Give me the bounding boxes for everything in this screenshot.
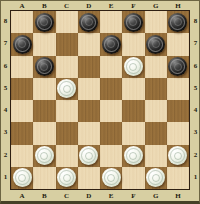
- rank-label-7: 7: [1, 32, 10, 54]
- square-c3[interactable]: [56, 122, 78, 144]
- rank-label-6: 6: [1, 55, 10, 77]
- file-label-h: H: [167, 190, 189, 202]
- rank-label-2: 2: [1, 144, 10, 166]
- square-e2[interactable]: [100, 145, 122, 167]
- rank-label-4: 4: [1, 99, 10, 121]
- file-label-e: E: [100, 190, 122, 202]
- black-man-piece[interactable]: [35, 13, 54, 32]
- black-man-piece[interactable]: [124, 13, 143, 32]
- square-a6[interactable]: [11, 56, 33, 78]
- square-c8[interactable]: [56, 11, 78, 33]
- square-c6[interactable]: [56, 56, 78, 78]
- file-label-a: A: [11, 190, 33, 202]
- rank-labels-right: 87654321: [191, 10, 200, 188]
- square-d1[interactable]: [78, 167, 100, 189]
- white-man-piece[interactable]: [102, 168, 121, 187]
- square-c7[interactable]: [56, 33, 78, 55]
- square-e4[interactable]: [100, 100, 122, 122]
- rank-labels-left: 87654321: [1, 10, 10, 188]
- square-g2[interactable]: [145, 145, 167, 167]
- square-g8[interactable]: [145, 11, 167, 33]
- checkers-board-frame: ABCDEFGH ABCDEFGH 87654321 87654321: [0, 0, 200, 204]
- rank-label-3: 3: [191, 121, 200, 143]
- square-d4[interactable]: [78, 100, 100, 122]
- square-e3[interactable]: [100, 122, 122, 144]
- rank-label-3: 3: [1, 121, 10, 143]
- file-label-f: F: [122, 190, 144, 202]
- square-c4[interactable]: [56, 100, 78, 122]
- square-a8[interactable]: [11, 11, 33, 33]
- square-d7[interactable]: [78, 33, 100, 55]
- white-man-piece[interactable]: [13, 168, 32, 187]
- file-label-b: B: [33, 190, 55, 202]
- file-label-c: C: [56, 190, 78, 202]
- square-g5[interactable]: [145, 78, 167, 100]
- square-h4[interactable]: [167, 100, 189, 122]
- black-man-piece[interactable]: [13, 35, 32, 54]
- white-man-piece[interactable]: [124, 146, 143, 165]
- square-a4[interactable]: [11, 100, 33, 122]
- square-h3[interactable]: [167, 122, 189, 144]
- square-a2[interactable]: [11, 145, 33, 167]
- square-d6[interactable]: [78, 56, 100, 78]
- rank-label-1: 1: [1, 166, 10, 188]
- square-b7[interactable]: [33, 33, 55, 55]
- square-h7[interactable]: [167, 33, 189, 55]
- rank-label-2: 2: [191, 144, 200, 166]
- square-d5[interactable]: [78, 78, 100, 100]
- rank-label-8: 8: [191, 10, 200, 32]
- square-e6[interactable]: [100, 56, 122, 78]
- square-b3[interactable]: [33, 122, 55, 144]
- square-g3[interactable]: [145, 122, 167, 144]
- rank-label-6: 6: [191, 55, 200, 77]
- square-f1[interactable]: [122, 167, 144, 189]
- square-e8[interactable]: [100, 11, 122, 33]
- square-g4[interactable]: [145, 100, 167, 122]
- square-f3[interactable]: [122, 122, 144, 144]
- square-c2[interactable]: [56, 145, 78, 167]
- square-e5[interactable]: [100, 78, 122, 100]
- black-man-piece[interactable]: [35, 57, 54, 76]
- rank-label-8: 8: [1, 10, 10, 32]
- square-h1[interactable]: [167, 167, 189, 189]
- square-b4[interactable]: [33, 100, 55, 122]
- file-label-d: D: [78, 190, 100, 202]
- black-man-piece[interactable]: [168, 13, 187, 32]
- file-labels-bottom: ABCDEFGH: [11, 190, 189, 202]
- black-man-piece[interactable]: [79, 13, 98, 32]
- white-man-piece[interactable]: [35, 146, 54, 165]
- square-a5[interactable]: [11, 78, 33, 100]
- rank-label-5: 5: [191, 77, 200, 99]
- square-b1[interactable]: [33, 167, 55, 189]
- square-b5[interactable]: [33, 78, 55, 100]
- square-a3[interactable]: [11, 122, 33, 144]
- square-f5[interactable]: [122, 78, 144, 100]
- rank-label-4: 4: [191, 99, 200, 121]
- square-h5[interactable]: [167, 78, 189, 100]
- square-f7[interactable]: [122, 33, 144, 55]
- square-g6[interactable]: [145, 56, 167, 78]
- black-man-piece[interactable]: [102, 35, 121, 54]
- square-d3[interactable]: [78, 122, 100, 144]
- white-man-piece[interactable]: [124, 57, 143, 76]
- file-labels-top: ABCDEFGH: [11, 1, 189, 10]
- square-f4[interactable]: [122, 100, 144, 122]
- checkers-board[interactable]: [10, 10, 190, 190]
- black-man-piece[interactable]: [146, 35, 165, 54]
- rank-label-5: 5: [1, 77, 10, 99]
- file-label-g: G: [145, 190, 167, 202]
- rank-label-1: 1: [191, 166, 200, 188]
- rank-label-7: 7: [191, 32, 200, 54]
